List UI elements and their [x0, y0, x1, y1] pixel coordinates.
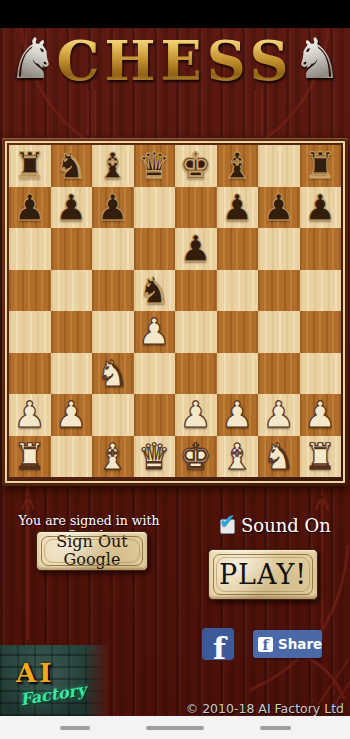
- white-rook[interactable]: ♜: [304, 436, 336, 477]
- square-b5[interactable]: [51, 270, 93, 312]
- square-f2[interactable]: ♟: [217, 394, 259, 436]
- square-h8[interactable]: ♜: [300, 145, 342, 187]
- square-c1[interactable]: ♝: [92, 436, 134, 478]
- black-king[interactable]: ♚: [180, 145, 212, 186]
- black-bishop[interactable]: ♝: [97, 145, 129, 186]
- square-e5[interactable]: [175, 270, 217, 312]
- facebook-icon: f: [213, 631, 226, 660]
- nav-recents-handle[interactable]: [260, 726, 291, 730]
- white-pawn[interactable]: ♟: [138, 311, 170, 352]
- facebook-share-icon: f: [258, 637, 273, 652]
- play-button-label: PLAY!: [219, 559, 307, 590]
- square-b6[interactable]: [51, 228, 93, 270]
- square-f3[interactable]: [217, 353, 259, 395]
- white-king[interactable]: ♚: [180, 436, 212, 477]
- square-g1[interactable]: ♞: [258, 436, 300, 478]
- square-e6[interactable]: ♟: [175, 228, 217, 270]
- square-g5[interactable]: [258, 270, 300, 312]
- black-bishop[interactable]: ♝: [221, 145, 253, 186]
- square-g3[interactable]: [258, 353, 300, 395]
- square-e4[interactable]: [175, 311, 217, 353]
- square-c4[interactable]: [92, 311, 134, 353]
- square-d2[interactable]: [134, 394, 176, 436]
- copyright-text: © 2010-18 AI Factory Ltd: [186, 701, 344, 716]
- facebook-share-button[interactable]: f Share: [253, 630, 322, 658]
- square-g4[interactable]: [258, 311, 300, 353]
- square-d4[interactable]: ♟: [134, 311, 176, 353]
- white-pawn[interactable]: ♟: [14, 394, 46, 435]
- square-f6[interactable]: [217, 228, 259, 270]
- square-h5[interactable]: [300, 270, 342, 312]
- square-a4[interactable]: [9, 311, 51, 353]
- square-b8[interactable]: ♞: [51, 145, 93, 187]
- black-pawn[interactable]: ♟: [221, 187, 253, 228]
- square-a5[interactable]: [9, 270, 51, 312]
- share-label: Share: [278, 636, 322, 652]
- square-h6[interactable]: [300, 228, 342, 270]
- square-c8[interactable]: ♝: [92, 145, 134, 187]
- square-b3[interactable]: [51, 353, 93, 395]
- nav-home-handle[interactable]: [146, 726, 204, 730]
- sound-on-label: Sound On: [241, 515, 331, 536]
- black-rook[interactable]: ♜: [14, 145, 46, 186]
- nav-back-handle[interactable]: [60, 726, 90, 730]
- square-h1[interactable]: ♜: [300, 436, 342, 478]
- board-grid[interactable]: ♜♞♝♛♚♝♜♟♟♟♟♟♟♟♞♟♞♟♟♟♟♟♟♜♝♛♚♝♞♜: [9, 145, 341, 477]
- square-d7[interactable]: [134, 187, 176, 229]
- checkmark-icon: ✔: [219, 509, 236, 533]
- white-bishop[interactable]: ♝: [97, 436, 129, 477]
- chess-board[interactable]: ♜♞♝♛♚♝♜♟♟♟♟♟♟♟♞♟♞♟♟♟♟♟♟♜♝♛♚♝♞♜: [2, 138, 348, 486]
- knight-icon: ♞: [292, 30, 342, 88]
- black-pawn[interactable]: ♟: [304, 187, 336, 228]
- square-h7[interactable]: ♟: [300, 187, 342, 229]
- square-h4[interactable]: [300, 311, 342, 353]
- android-navigation-bar: [0, 716, 350, 739]
- white-pawn[interactable]: ♟: [55, 394, 87, 435]
- white-bishop[interactable]: ♝: [221, 436, 253, 477]
- square-d8[interactable]: ♛: [134, 145, 176, 187]
- white-knight[interactable]: ♞: [263, 436, 295, 477]
- facebook-button[interactable]: f: [202, 628, 234, 660]
- white-pawn[interactable]: ♟: [304, 394, 336, 435]
- white-pawn[interactable]: ♟: [221, 394, 253, 435]
- square-d1[interactable]: ♛: [134, 436, 176, 478]
- black-pawn[interactable]: ♟: [97, 187, 129, 228]
- status-bar: [0, 0, 350, 28]
- square-b7[interactable]: ♟: [51, 187, 93, 229]
- square-h3[interactable]: [300, 353, 342, 395]
- black-queen[interactable]: ♛: [138, 145, 170, 186]
- square-c2[interactable]: [92, 394, 134, 436]
- white-pawn[interactable]: ♟: [180, 394, 212, 435]
- logo-ai-text: AI: [16, 658, 54, 688]
- sign-out-label-line1: Sign Out: [56, 533, 128, 551]
- square-e8[interactable]: ♚: [175, 145, 217, 187]
- black-pawn[interactable]: ♟: [14, 187, 46, 228]
- square-a3[interactable]: [9, 353, 51, 395]
- square-d6[interactable]: [134, 228, 176, 270]
- square-f5[interactable]: [217, 270, 259, 312]
- square-b1[interactable]: [51, 436, 93, 478]
- black-pawn[interactable]: ♟: [55, 187, 87, 228]
- sign-out-google-button[interactable]: Sign Out Google: [36, 531, 148, 571]
- play-button[interactable]: PLAY!: [208, 549, 318, 600]
- black-knight[interactable]: ♞: [138, 270, 170, 311]
- ai-factory-logo: AI Factory: [0, 645, 108, 716]
- square-f4[interactable]: [217, 311, 259, 353]
- square-d5[interactable]: ♞: [134, 270, 176, 312]
- white-queen[interactable]: ♛: [138, 436, 170, 477]
- square-f8[interactable]: ♝: [217, 145, 259, 187]
- square-h2[interactable]: ♟: [300, 394, 342, 436]
- app-screen: ♞ CHESS ♞ ♜♞♝♛♚♝♜♟♟♟♟♟♟♟♞♟♞♟♟♟♟♟♟♜♝♛♚♝♞♜…: [0, 0, 350, 739]
- sound-on-checkbox[interactable]: ✔: [220, 519, 235, 534]
- white-rook[interactable]: ♜: [14, 436, 46, 477]
- square-e2[interactable]: ♟: [175, 394, 217, 436]
- square-a8[interactable]: ♜: [9, 145, 51, 187]
- black-rook[interactable]: ♜: [304, 145, 336, 186]
- square-c3[interactable]: ♞: [92, 353, 134, 395]
- square-g8[interactable]: [258, 145, 300, 187]
- square-a7[interactable]: ♟: [9, 187, 51, 229]
- square-g6[interactable]: [258, 228, 300, 270]
- square-b2[interactable]: ♟: [51, 394, 93, 436]
- square-e1[interactable]: ♚: [175, 436, 217, 478]
- white-knight[interactable]: ♞: [97, 353, 129, 394]
- square-a2[interactable]: ♟: [9, 394, 51, 436]
- black-pawn[interactable]: ♟: [263, 187, 295, 228]
- square-g2[interactable]: ♟: [258, 394, 300, 436]
- square-f7[interactable]: ♟: [217, 187, 259, 229]
- square-e7[interactable]: [175, 187, 217, 229]
- square-f1[interactable]: ♝: [217, 436, 259, 478]
- square-c6[interactable]: [92, 228, 134, 270]
- white-pawn[interactable]: ♟: [263, 394, 295, 435]
- square-g7[interactable]: ♟: [258, 187, 300, 229]
- black-knight[interactable]: ♞: [55, 145, 87, 186]
- square-c7[interactable]: ♟: [92, 187, 134, 229]
- square-a1[interactable]: ♜: [9, 436, 51, 478]
- square-e3[interactable]: [175, 353, 217, 395]
- sign-out-label-line2: Google: [64, 551, 121, 569]
- black-pawn[interactable]: ♟: [180, 228, 212, 269]
- square-a6[interactable]: [9, 228, 51, 270]
- square-b4[interactable]: [51, 311, 93, 353]
- square-c5[interactable]: [92, 270, 134, 312]
- square-d3[interactable]: [134, 353, 176, 395]
- app-title-text: CHESS: [57, 30, 294, 92]
